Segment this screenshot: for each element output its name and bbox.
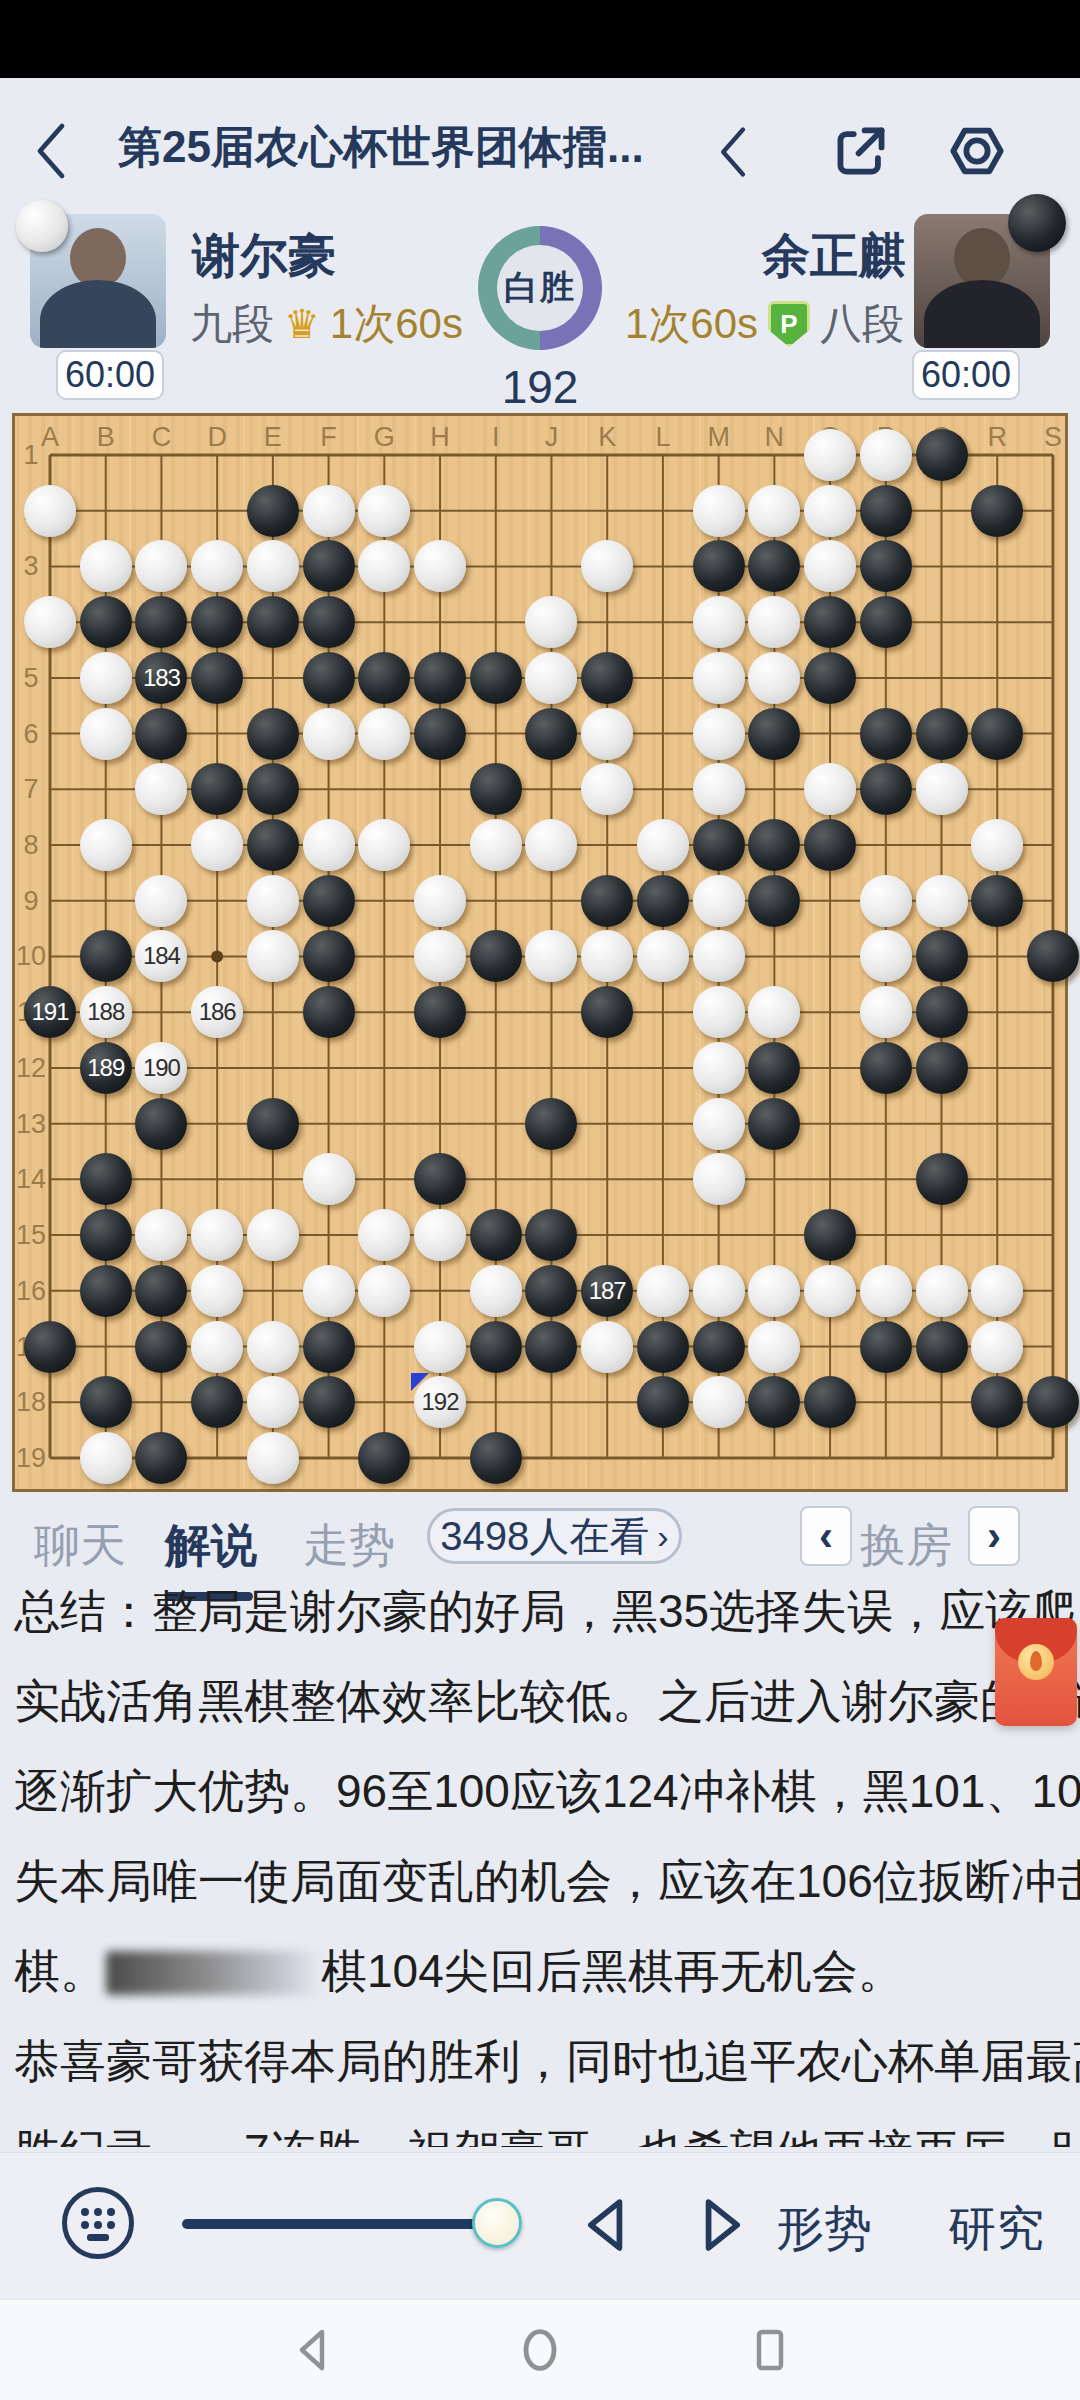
stone-C16-black bbox=[135, 1265, 187, 1317]
stone-B5-white bbox=[80, 652, 132, 704]
situation-button[interactable]: 形势 bbox=[776, 2197, 872, 2261]
stone-A11-black: 191 bbox=[24, 986, 76, 1038]
stone-K11-black bbox=[581, 986, 633, 1038]
stone-B19-white bbox=[80, 1432, 132, 1484]
stone-M13-white bbox=[693, 1098, 745, 1150]
tab-trend[interactable]: 走势 bbox=[303, 1515, 395, 1577]
stone-O2-white bbox=[804, 485, 856, 537]
stone-Q7-white bbox=[916, 763, 968, 815]
white-player-name: 谢尔豪 bbox=[192, 224, 336, 288]
flame-icon bbox=[1030, 1651, 1042, 1671]
board-coordinate: 3 bbox=[15, 551, 47, 582]
stone-M17-black bbox=[693, 1321, 745, 1373]
stone-E9-white bbox=[247, 875, 299, 927]
stone-K5-black bbox=[581, 652, 633, 704]
move-slider-thumb[interactable] bbox=[472, 2198, 522, 2248]
board-coordinate: 12 bbox=[15, 1053, 47, 1084]
stone-F6-white bbox=[303, 708, 355, 760]
stone-F9-black bbox=[303, 875, 355, 927]
commentary-line: 逐渐扩大优势。96至100应该124冲补棋，黑101、103错 bbox=[14, 1761, 1074, 1823]
stone-H5-black bbox=[414, 652, 466, 704]
board-coordinate: R bbox=[982, 422, 1012, 453]
stone-P7-black bbox=[860, 763, 912, 815]
board-coordinate: 15 bbox=[15, 1220, 47, 1251]
stone-B10-black bbox=[80, 930, 132, 982]
stone-D3-white bbox=[191, 540, 243, 592]
tab-chat[interactable]: 聊天 bbox=[34, 1515, 126, 1577]
stone-B12-black: 189 bbox=[80, 1042, 132, 1094]
stone-Q16-white bbox=[916, 1265, 968, 1317]
stone-H14-black bbox=[414, 1153, 466, 1205]
status-bar bbox=[0, 0, 1080, 78]
stone-F4-black bbox=[303, 596, 355, 648]
commentary-line: 总结：整局是谢尔豪的好局，黑35选择失误，应该爬回， bbox=[14, 1581, 1074, 1643]
black-player-name: 余正麒 bbox=[756, 224, 906, 288]
viewers-count: 3498人在看 bbox=[440, 1509, 649, 1564]
board-coordinate: K bbox=[592, 422, 622, 453]
stone-K3-white bbox=[581, 540, 633, 592]
stone-I19-black bbox=[470, 1432, 522, 1484]
stone-G6-white bbox=[358, 708, 410, 760]
board-coordinate: 18 bbox=[15, 1387, 47, 1418]
stone-M7-white bbox=[693, 763, 745, 815]
stone-E8-black bbox=[247, 819, 299, 871]
stone-M5-white bbox=[693, 652, 745, 704]
stone-N12-black bbox=[748, 1042, 800, 1094]
stone-I15-black bbox=[470, 1209, 522, 1261]
stone-P3-black bbox=[860, 540, 912, 592]
chevron-right-icon: › bbox=[657, 1517, 668, 1556]
stone-I16-white bbox=[470, 1265, 522, 1317]
stone-F16-white bbox=[303, 1265, 355, 1317]
board-coordinate: S bbox=[1038, 422, 1068, 453]
censored-blur-block bbox=[106, 1951, 321, 1995]
board-coordinate: F bbox=[314, 422, 344, 453]
keyboard-icon[interactable] bbox=[62, 2187, 134, 2259]
stone-B8-white bbox=[80, 819, 132, 871]
stone-K9-black bbox=[581, 875, 633, 927]
bottom-toolbar: 形势 研究 bbox=[0, 2152, 1080, 2298]
stone-M3-black bbox=[693, 540, 745, 592]
stone-N4-white bbox=[748, 596, 800, 648]
tab-commentary[interactable]: 解说 bbox=[165, 1515, 257, 1577]
stone-K10-white bbox=[581, 930, 633, 982]
stone-J5-white bbox=[525, 652, 577, 704]
stone-I8-white bbox=[470, 819, 522, 871]
stone-P11-white bbox=[860, 986, 912, 1038]
stone-D15-white bbox=[191, 1209, 243, 1261]
board-coordinate: C bbox=[146, 422, 176, 453]
stone-R2-black bbox=[971, 485, 1023, 537]
board-coordinate: H bbox=[425, 422, 455, 453]
stone-J10-white bbox=[525, 930, 577, 982]
board-coordinate: 13 bbox=[15, 1109, 47, 1140]
record-icon[interactable] bbox=[948, 122, 1006, 180]
stone-E13-black bbox=[247, 1098, 299, 1150]
stone-N11-white bbox=[748, 986, 800, 1038]
stone-C9-white bbox=[135, 875, 187, 927]
stone-B6-white bbox=[80, 708, 132, 760]
white-player-rank-row: 九段 ♛ 1次60s bbox=[190, 296, 463, 352]
stone-G3-white bbox=[358, 540, 410, 592]
stone-P6-black bbox=[860, 708, 912, 760]
stone-E10-white bbox=[247, 930, 299, 982]
stone-Q6-black bbox=[916, 708, 968, 760]
android-back-icon[interactable] bbox=[286, 2324, 338, 2376]
stone-Q17-black bbox=[916, 1321, 968, 1373]
stone-M12-white bbox=[693, 1042, 745, 1094]
board-coordinate: I bbox=[481, 422, 511, 453]
stone-O1-white bbox=[804, 429, 856, 481]
stone-G15-white bbox=[358, 1209, 410, 1261]
stone-E3-white bbox=[247, 540, 299, 592]
board-coordinate: J bbox=[536, 422, 566, 453]
stone-F3-black bbox=[303, 540, 355, 592]
stone-O8-black bbox=[804, 819, 856, 871]
last-move-marker bbox=[411, 1373, 429, 1391]
commentary-line-clipped: 胜纪录——7连胜，祝贺豪哥，也希望他再接再厉，明天再下一城 bbox=[14, 2121, 1074, 2147]
stone-M11-white bbox=[693, 986, 745, 1038]
board-coordinate: G bbox=[369, 422, 399, 453]
stone-O3-white bbox=[804, 540, 856, 592]
stone-F14-white bbox=[303, 1153, 355, 1205]
stone-L10-white bbox=[637, 930, 689, 982]
stone-N18-black bbox=[748, 1376, 800, 1428]
stone-K6-white bbox=[581, 708, 633, 760]
stone-O5-black bbox=[804, 652, 856, 704]
stone-F5-black bbox=[303, 652, 355, 704]
stone-L9-black bbox=[637, 875, 689, 927]
stone-F10-black bbox=[303, 930, 355, 982]
board-coordinate: 6 bbox=[15, 719, 47, 750]
stone-O18-black bbox=[804, 1376, 856, 1428]
stone-M4-white bbox=[693, 596, 745, 648]
stone-C13-black bbox=[135, 1098, 187, 1150]
share-icon[interactable] bbox=[832, 122, 890, 180]
stone-N3-black bbox=[748, 540, 800, 592]
stone-M8-black bbox=[693, 819, 745, 871]
stone-Q1-black bbox=[916, 429, 968, 481]
stone-S18-black bbox=[1027, 1376, 1079, 1428]
stone-M9-white bbox=[693, 875, 745, 927]
stone-D7-black bbox=[191, 763, 243, 815]
stone-M6-white bbox=[693, 708, 745, 760]
header: 第25届农心杯世界团体擂... bbox=[0, 100, 1080, 200]
room-prev-button[interactable]: ‹ bbox=[800, 1506, 852, 1566]
stone-P2-black bbox=[860, 485, 912, 537]
stone-S10-black bbox=[1027, 930, 1079, 982]
stone-C7-white bbox=[135, 763, 187, 815]
page-title: 第25届农心杯世界团体擂... bbox=[118, 118, 644, 177]
stone-I5-black bbox=[470, 652, 522, 704]
board-coordinate: 7 bbox=[15, 774, 47, 805]
stone-F17-black bbox=[303, 1321, 355, 1373]
room-next-button[interactable]: › bbox=[968, 1506, 1020, 1566]
board-coordinate: N bbox=[759, 422, 789, 453]
black-player-rank-row: 1次60s P 八段 bbox=[620, 296, 904, 352]
stone-Q12-black bbox=[916, 1042, 968, 1094]
stone-F8-white bbox=[303, 819, 355, 871]
stone-I10-black bbox=[470, 930, 522, 982]
stone-J15-black bbox=[525, 1209, 577, 1261]
stone-J13-black bbox=[525, 1098, 577, 1150]
android-nav-bar bbox=[0, 2300, 1080, 2400]
stone-J16-black bbox=[525, 1265, 577, 1317]
board-coordinate: B bbox=[91, 422, 121, 453]
stone-J17-black bbox=[525, 1321, 577, 1373]
stone-P16-white bbox=[860, 1265, 912, 1317]
back-icon[interactable] bbox=[32, 120, 72, 182]
stone-C6-black bbox=[135, 708, 187, 760]
stone-B4-black bbox=[80, 596, 132, 648]
stone-C4-black bbox=[135, 596, 187, 648]
stone-Q9-white bbox=[916, 875, 968, 927]
stone-B16-black bbox=[80, 1265, 132, 1317]
stone-K17-white bbox=[581, 1321, 633, 1373]
stone-M10-white bbox=[693, 930, 745, 982]
stone-O7-white bbox=[804, 763, 856, 815]
stone-C17-black bbox=[135, 1321, 187, 1373]
stone-P12-black bbox=[860, 1042, 912, 1094]
android-home-icon[interactable] bbox=[514, 2322, 566, 2378]
stone-N8-black bbox=[748, 819, 800, 871]
stone-L18-black bbox=[637, 1376, 689, 1428]
board-coordinate: M bbox=[704, 422, 734, 453]
stone-Q10-black bbox=[916, 930, 968, 982]
board-coordinate: 19 bbox=[15, 1443, 47, 1474]
red-envelope-button[interactable] bbox=[995, 1618, 1077, 1726]
stone-P9-white bbox=[860, 875, 912, 927]
stone-B3-white bbox=[80, 540, 132, 592]
stone-B15-black bbox=[80, 1209, 132, 1261]
stone-R6-black bbox=[971, 708, 1023, 760]
stone-G16-white bbox=[358, 1265, 410, 1317]
stone-R8-white bbox=[971, 819, 1023, 871]
stone-J4-white bbox=[525, 596, 577, 648]
stone-H18-white: 192 bbox=[414, 1376, 466, 1428]
board-coordinate: L bbox=[648, 422, 678, 453]
crown-icon: ♛ bbox=[284, 301, 320, 347]
stone-G19-black bbox=[358, 1432, 410, 1484]
stone-B18-black bbox=[80, 1376, 132, 1428]
stone-N6-black bbox=[748, 708, 800, 760]
stone-R16-white bbox=[971, 1265, 1023, 1317]
stone-N5-white bbox=[748, 652, 800, 704]
stone-M16-white bbox=[693, 1265, 745, 1317]
stone-Q11-black bbox=[916, 986, 968, 1038]
commentary-line: 棋。棋104尖回后黑棋再无机会。 bbox=[14, 1941, 1074, 2003]
stone-M14-white bbox=[693, 1153, 745, 1205]
white-player-rank: 九段 bbox=[190, 296, 274, 352]
stone-A4-white bbox=[24, 596, 76, 648]
stone-G2-white bbox=[358, 485, 410, 537]
go-board[interactable]: ABCDEFGHIJKLMNOPQRS123456789101112131415… bbox=[12, 413, 1068, 1492]
move-count: 192 bbox=[478, 360, 602, 414]
viewers-pill[interactable]: 3498人在看 › bbox=[427, 1508, 682, 1564]
stone-O15-black bbox=[804, 1209, 856, 1261]
white-time-rule: 1次60s bbox=[330, 296, 463, 352]
stone-H9-white bbox=[414, 875, 466, 927]
stone-N9-black bbox=[748, 875, 800, 927]
stone-J6-black bbox=[525, 708, 577, 760]
board-coordinate: 16 bbox=[15, 1276, 47, 1307]
white-player-clock: 60:00 bbox=[56, 350, 164, 400]
stone-L17-black bbox=[637, 1321, 689, 1373]
stone-I7-black bbox=[470, 763, 522, 815]
stone-Q14-black bbox=[916, 1153, 968, 1205]
board-coordinate: 5 bbox=[15, 663, 47, 694]
stone-I17-black bbox=[470, 1321, 522, 1373]
stone-P10-white bbox=[860, 930, 912, 982]
stone-H6-black bbox=[414, 708, 466, 760]
stone-N13-black bbox=[748, 1098, 800, 1150]
stone-G5-black bbox=[358, 652, 410, 704]
stone-D8-white bbox=[191, 819, 243, 871]
stone-N2-white bbox=[748, 485, 800, 537]
result-ring: 白胜 bbox=[478, 226, 602, 350]
stone-K7-white bbox=[581, 763, 633, 815]
stone-C15-white bbox=[135, 1209, 187, 1261]
stone-D17-white bbox=[191, 1321, 243, 1373]
p-shield-icon: P bbox=[768, 301, 810, 347]
stone-P17-black bbox=[860, 1321, 912, 1373]
room-switch-label[interactable]: 换房 bbox=[860, 1515, 952, 1577]
commentary-line: 实战活角黑棋整体效率比较低。之后进入谢尔豪的步调 bbox=[14, 1671, 1074, 1733]
stone-E7-black bbox=[247, 763, 299, 815]
stone-C5-black: 183 bbox=[135, 652, 187, 704]
stone-K16-black: 187 bbox=[581, 1265, 633, 1317]
stone-O4-black bbox=[804, 596, 856, 648]
next-move-button[interactable] bbox=[688, 2193, 752, 2257]
stone-C12-white: 190 bbox=[135, 1042, 187, 1094]
black-time-rule: 1次60s bbox=[625, 296, 758, 352]
board-coordinate: E bbox=[258, 422, 288, 453]
stone-E19-white bbox=[247, 1432, 299, 1484]
stone-G8-white bbox=[358, 819, 410, 871]
move-slider-track[interactable] bbox=[182, 2219, 500, 2229]
stone-R17-white bbox=[971, 1321, 1023, 1373]
stone-J8-white bbox=[525, 819, 577, 871]
stone-F18-black bbox=[303, 1376, 355, 1428]
stone-H3-white bbox=[414, 540, 466, 592]
prev-game-chevron-icon[interactable] bbox=[716, 124, 752, 180]
black-stone-badge-icon bbox=[1008, 194, 1066, 252]
black-player-rank: 八段 bbox=[820, 296, 904, 352]
stone-L16-white bbox=[637, 1265, 689, 1317]
avatar-photo bbox=[70, 228, 126, 288]
result-label: 白胜 bbox=[497, 245, 583, 331]
stone-N16-white bbox=[748, 1265, 800, 1317]
android-recents-icon[interactable] bbox=[744, 2324, 796, 2376]
stone-M2-white bbox=[693, 485, 745, 537]
stone-E6-black bbox=[247, 708, 299, 760]
stone-H10-white bbox=[414, 930, 466, 982]
board-coordinate: 9 bbox=[15, 886, 47, 917]
stone-P1-white bbox=[860, 429, 912, 481]
stone-F2-white bbox=[303, 485, 355, 537]
stone-H15-white bbox=[414, 1209, 466, 1261]
stone-E18-white bbox=[247, 1376, 299, 1428]
commentary-line: 失本局唯一使局面变乱的机会，应该在106位扳断冲击白 bbox=[14, 1851, 1074, 1913]
stone-E15-white bbox=[247, 1209, 299, 1261]
board-coordinate: 1 bbox=[15, 440, 47, 471]
stone-P4-black bbox=[860, 596, 912, 648]
stone-A17-black bbox=[24, 1321, 76, 1373]
commentary-line: 恭喜豪哥获得本局的胜利，同时也追平农心杯单届最高连 bbox=[14, 2031, 1074, 2093]
stone-F11-black bbox=[303, 986, 355, 1038]
stone-B14-black bbox=[80, 1153, 132, 1205]
stone-C19-black bbox=[135, 1432, 187, 1484]
board-coordinate: 10 bbox=[15, 941, 47, 972]
board-coordinate: 14 bbox=[15, 1164, 47, 1195]
stone-M18-white bbox=[693, 1376, 745, 1428]
stone-O16-white bbox=[804, 1265, 856, 1317]
stone-C10-white: 184 bbox=[135, 930, 187, 982]
research-button[interactable]: 研究 bbox=[948, 2197, 1044, 2261]
stone-D4-black bbox=[191, 596, 243, 648]
board-coordinate: 8 bbox=[15, 830, 47, 861]
stone-D5-black bbox=[191, 652, 243, 704]
stone-E4-black bbox=[247, 596, 299, 648]
stone-D16-white bbox=[191, 1265, 243, 1317]
stone-H11-black bbox=[414, 986, 466, 1038]
stone-L8-white bbox=[637, 819, 689, 871]
stone-D18-black bbox=[191, 1376, 243, 1428]
stone-A2-white bbox=[24, 485, 76, 537]
board-coordinate: D bbox=[202, 422, 232, 453]
white-stone-badge-icon bbox=[16, 200, 68, 252]
stone-B11-white: 188 bbox=[80, 986, 132, 1038]
stone-D11-white: 186 bbox=[191, 986, 243, 1038]
stone-R9-black bbox=[971, 875, 1023, 927]
stone-N17-white bbox=[748, 1321, 800, 1373]
prev-move-button[interactable] bbox=[576, 2193, 640, 2257]
black-player-clock: 60:00 bbox=[912, 350, 1020, 400]
stone-E2-black bbox=[247, 485, 299, 537]
stone-R18-black bbox=[971, 1376, 1023, 1428]
stone-C3-white bbox=[135, 540, 187, 592]
stone-E17-white bbox=[247, 1321, 299, 1373]
stone-H17-white bbox=[414, 1321, 466, 1373]
